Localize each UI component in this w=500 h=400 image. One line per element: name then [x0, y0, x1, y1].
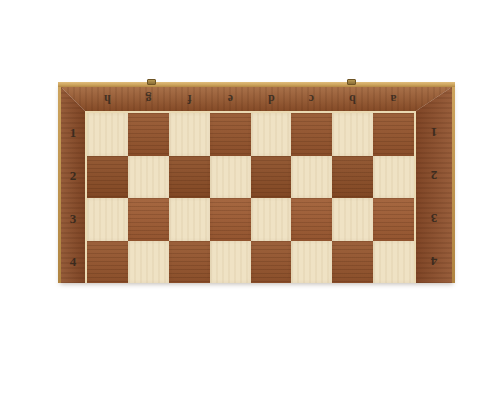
square-a4 [373, 241, 414, 284]
square-b2 [332, 156, 373, 199]
brass-hinge-right [347, 79, 356, 85]
square-c3 [291, 198, 332, 241]
file-label-d: d [251, 87, 292, 111]
board-grid [87, 113, 414, 283]
rank-label-right-1: 1 [416, 111, 452, 154]
square-c1 [291, 113, 332, 156]
square-e2 [210, 156, 251, 199]
square-e3 [210, 198, 251, 241]
rank-label-left-3: 3 [61, 197, 85, 240]
square-g4 [128, 241, 169, 284]
square-g2 [128, 156, 169, 199]
file-label-h: h [87, 87, 128, 111]
file-label-b: b [332, 87, 373, 111]
square-d4 [251, 241, 292, 284]
square-c2 [291, 156, 332, 199]
square-c4 [291, 241, 332, 284]
file-labels: hgfedcba [87, 87, 414, 111]
square-a2 [373, 156, 414, 199]
square-d3 [251, 198, 292, 241]
rank-label-right-4: 4 [416, 240, 452, 283]
square-e4 [210, 241, 251, 284]
rank-label-left-1: 1 [61, 111, 85, 154]
square-d2 [251, 156, 292, 199]
file-label-a: a [373, 87, 414, 111]
outer-edge-right [452, 87, 455, 283]
file-label-c: c [291, 87, 332, 111]
rank-label-left-2: 2 [61, 154, 85, 197]
photo-canvas: hgfedcba 1234 1234 [0, 0, 500, 400]
rank-label-left-4: 4 [61, 240, 85, 283]
square-g1 [128, 113, 169, 156]
brass-hinge-left [147, 79, 156, 85]
rank-labels-left: 1234 [61, 111, 85, 283]
rank-labels-right: 1234 [416, 111, 452, 283]
square-e1 [210, 113, 251, 156]
rank-label-right-2: 2 [416, 154, 452, 197]
square-f3 [169, 198, 210, 241]
square-f4 [169, 241, 210, 284]
rank-label-right-3: 3 [416, 197, 452, 240]
playing-field [85, 111, 416, 283]
chess-board: hgfedcba 1234 1234 [58, 82, 455, 283]
file-label-e: e [210, 87, 251, 111]
square-h3 [87, 198, 128, 241]
square-h4 [87, 241, 128, 284]
square-a1 [373, 113, 414, 156]
square-b4 [332, 241, 373, 284]
square-b3 [332, 198, 373, 241]
square-d1 [251, 113, 292, 156]
square-f1 [169, 113, 210, 156]
square-b1 [332, 113, 373, 156]
square-g3 [128, 198, 169, 241]
square-h2 [87, 156, 128, 199]
square-h1 [87, 113, 128, 156]
file-label-f: f [169, 87, 210, 111]
file-label-g: g [128, 87, 169, 111]
square-a3 [373, 198, 414, 241]
square-f2 [169, 156, 210, 199]
